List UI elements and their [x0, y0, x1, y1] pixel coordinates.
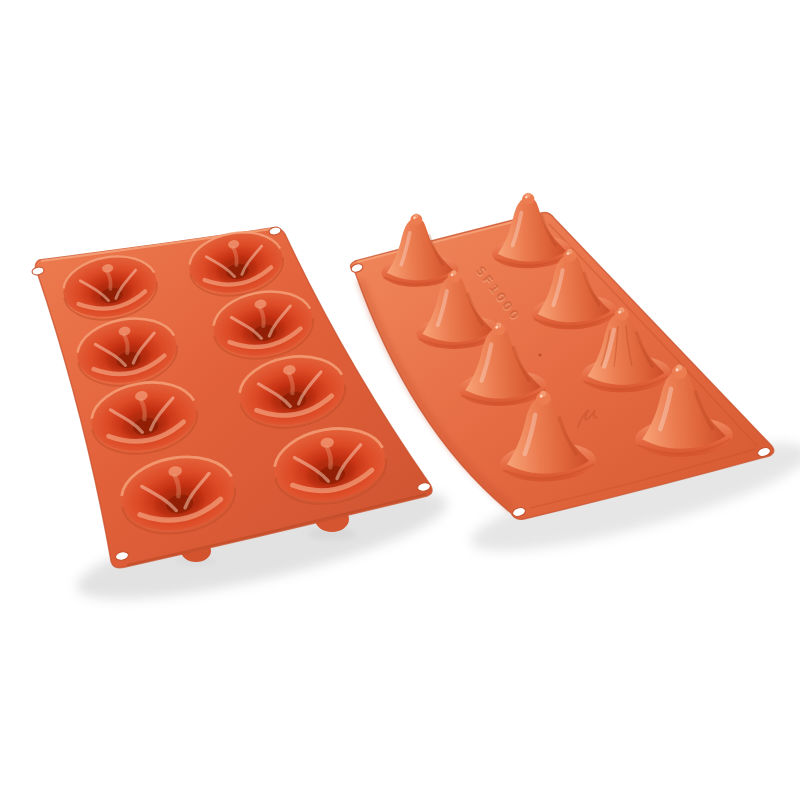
surface-speck: [538, 353, 541, 356]
product-photo-canvas: SF1000 SF1000: [0, 0, 800, 800]
product-photo: SF1000 SF1000: [0, 0, 800, 800]
